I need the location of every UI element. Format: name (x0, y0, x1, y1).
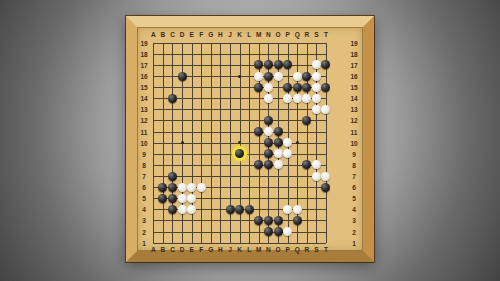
stone-black-o11[interactable] (274, 127, 283, 136)
column-label-top: A (148, 31, 158, 38)
stone-black-m15[interactable] (254, 83, 263, 92)
stone-white-f6[interactable] (197, 183, 206, 192)
board-surface: AABBCCDDEEFFGGHHJJKKLLMMNNOOPPQQRRSSTT19… (137, 27, 363, 251)
column-label-bottom: Q (292, 246, 302, 253)
row-label-left: 13 (138, 106, 150, 113)
row-label-left: 12 (138, 117, 150, 124)
row-label-left: 17 (138, 62, 150, 69)
stone-white-s17[interactable] (312, 60, 321, 69)
star-point (296, 141, 299, 144)
column-label-bottom: K (235, 246, 245, 253)
row-label-left: 19 (138, 40, 150, 47)
stone-white-p10[interactable] (283, 138, 292, 147)
grid-line (153, 176, 326, 177)
row-label-left: 1 (138, 240, 150, 247)
stone-black-k4[interactable] (235, 205, 244, 214)
row-label-right: 14 (348, 95, 360, 102)
stone-black-b6[interactable] (158, 183, 167, 192)
row-label-right: 3 (348, 217, 360, 224)
column-label-bottom: L (244, 246, 254, 253)
row-label-right: 4 (348, 206, 360, 213)
stone-black-n16[interactable] (264, 72, 273, 81)
row-label-right: 12 (348, 117, 360, 124)
column-label-top: Q (292, 31, 302, 38)
stone-white-e6[interactable] (187, 183, 196, 192)
column-label-top: E (187, 31, 197, 38)
stone-white-e5[interactable] (187, 194, 196, 203)
row-label-left: 6 (138, 184, 150, 191)
column-label-bottom: H (215, 246, 225, 253)
stone-white-d6[interactable] (178, 183, 187, 192)
column-label-bottom: N (263, 246, 273, 253)
stone-black-n3[interactable] (264, 216, 273, 225)
row-label-left: 7 (138, 173, 150, 180)
column-label-bottom: D (177, 246, 187, 253)
stone-white-t7[interactable] (321, 172, 330, 181)
stone-black-t15[interactable] (321, 83, 330, 92)
column-label-top: R (302, 31, 312, 38)
stone-black-o2[interactable] (274, 227, 283, 236)
grid-line (153, 243, 326, 244)
stone-white-o16[interactable] (274, 72, 283, 81)
stone-black-m11[interactable] (254, 127, 263, 136)
stone-black-c7[interactable] (168, 172, 177, 181)
stone-black-l4[interactable] (245, 205, 254, 214)
column-label-top: L (244, 31, 254, 38)
column-label-top: S (311, 31, 321, 38)
stone-black-n2[interactable] (264, 227, 273, 236)
row-label-left: 4 (138, 206, 150, 213)
stone-black-n9[interactable] (264, 149, 273, 158)
column-label-top: C (167, 31, 177, 38)
stone-white-d4[interactable] (178, 205, 187, 214)
row-label-left: 3 (138, 217, 150, 224)
column-label-bottom: B (158, 246, 168, 253)
row-label-right: 15 (348, 84, 360, 91)
stone-white-q4[interactable] (293, 205, 302, 214)
row-label-right: 7 (348, 173, 360, 180)
stone-black-c14[interactable] (168, 94, 177, 103)
column-label-bottom: R (302, 246, 312, 253)
column-label-bottom: S (311, 246, 321, 253)
stone-black-m17[interactable] (254, 60, 263, 69)
star-point (238, 141, 241, 144)
column-label-bottom: E (187, 246, 197, 253)
stone-black-r12[interactable] (302, 116, 311, 125)
stone-white-n15[interactable] (264, 83, 273, 92)
stone-white-o9[interactable] (274, 149, 283, 158)
background: AABBCCDDEEFFGGHHJJKKLLMMNNOOPPQQRRSSTT19… (0, 0, 500, 281)
grid-line (153, 232, 326, 233)
last-move-stone-black-k9[interactable] (235, 149, 244, 158)
column-label-bottom: F (196, 246, 206, 253)
stone-white-p2[interactable] (283, 227, 292, 236)
column-label-top: H (215, 31, 225, 38)
star-point (238, 75, 241, 78)
row-label-right: 18 (348, 51, 360, 58)
grid-line (326, 43, 327, 243)
stone-white-q16[interactable] (293, 72, 302, 81)
row-label-left: 8 (138, 162, 150, 169)
stone-white-m16[interactable] (254, 72, 263, 81)
column-label-top: N (263, 31, 273, 38)
stone-black-n12[interactable] (264, 116, 273, 125)
column-label-bottom: O (273, 246, 283, 253)
row-label-left: 18 (138, 51, 150, 58)
row-label-right: 11 (348, 129, 360, 136)
column-label-bottom: A (148, 246, 158, 253)
stone-white-n11[interactable] (264, 127, 273, 136)
column-label-top: K (235, 31, 245, 38)
column-label-top: F (196, 31, 206, 38)
stone-black-q3[interactable] (293, 216, 302, 225)
stone-white-n14[interactable] (264, 94, 273, 103)
row-label-left: 5 (138, 195, 150, 202)
column-label-top: M (254, 31, 264, 38)
stone-white-r14[interactable] (302, 94, 311, 103)
stone-white-s15[interactable] (312, 83, 321, 92)
stone-black-o3[interactable] (274, 216, 283, 225)
column-label-top: P (283, 31, 293, 38)
stone-white-p14[interactable] (283, 94, 292, 103)
stone-black-q15[interactable] (293, 83, 302, 92)
stone-white-p4[interactable] (283, 205, 292, 214)
stone-white-s13[interactable] (312, 105, 321, 114)
row-label-right: 2 (348, 229, 360, 236)
column-label-top: T (321, 31, 331, 38)
stone-white-d5[interactable] (178, 194, 187, 203)
stone-black-r16[interactable] (302, 72, 311, 81)
stone-white-p9[interactable] (283, 149, 292, 158)
row-label-right: 13 (348, 106, 360, 113)
row-label-left: 2 (138, 229, 150, 236)
go-board[interactable]: AABBCCDDEEFFGGHHJJKKLLMMNNOOPPQQRRSSTT19… (126, 16, 374, 262)
stone-black-p15[interactable] (283, 83, 292, 92)
row-label-right: 9 (348, 151, 360, 158)
stone-white-s7[interactable] (312, 172, 321, 181)
column-label-bottom: J (225, 246, 235, 253)
column-label-top: O (273, 31, 283, 38)
stone-black-c5[interactable] (168, 194, 177, 203)
row-label-right: 6 (348, 184, 360, 191)
row-label-left: 14 (138, 95, 150, 102)
stone-white-s8[interactable] (312, 160, 321, 169)
column-label-top: D (177, 31, 187, 38)
stone-black-n8[interactable] (264, 160, 273, 169)
stone-black-d16[interactable] (178, 72, 187, 81)
stone-black-n10[interactable] (264, 138, 273, 147)
stone-black-o10[interactable] (274, 138, 283, 147)
column-label-bottom: G (206, 246, 216, 253)
stone-black-t17[interactable] (321, 60, 330, 69)
row-label-left: 16 (138, 73, 150, 80)
stone-black-j4[interactable] (226, 205, 235, 214)
stone-black-m3[interactable] (254, 216, 263, 225)
stone-white-s16[interactable] (312, 72, 321, 81)
stone-white-s14[interactable] (312, 94, 321, 103)
stone-black-c4[interactable] (168, 205, 177, 214)
stone-black-n17[interactable] (264, 60, 273, 69)
column-label-bottom: P (283, 246, 293, 253)
stone-black-p17[interactable] (283, 60, 292, 69)
stone-black-b5[interactable] (158, 194, 167, 203)
row-label-right: 16 (348, 73, 360, 80)
row-label-right: 5 (348, 195, 360, 202)
row-label-right: 17 (348, 62, 360, 69)
column-label-bottom: M (254, 246, 264, 253)
column-label-top: G (206, 31, 216, 38)
column-label-bottom: C (167, 246, 177, 253)
star-point (181, 141, 184, 144)
row-label-right: 19 (348, 40, 360, 47)
row-label-left: 11 (138, 129, 150, 136)
stone-white-q14[interactable] (293, 94, 302, 103)
row-label-left: 15 (138, 84, 150, 91)
stone-black-r8[interactable] (302, 160, 311, 169)
row-label-right: 8 (348, 162, 360, 169)
stone-white-e4[interactable] (187, 205, 196, 214)
stone-white-o8[interactable] (274, 160, 283, 169)
grid-line (153, 165, 326, 166)
stone-black-r15[interactable] (302, 83, 311, 92)
stone-black-t6[interactable] (321, 183, 330, 192)
row-label-left: 10 (138, 140, 150, 147)
stone-white-t13[interactable] (321, 105, 330, 114)
column-label-top: J (225, 31, 235, 38)
row-label-right: 10 (348, 140, 360, 147)
stone-black-c6[interactable] (168, 183, 177, 192)
column-label-top: B (158, 31, 168, 38)
stone-black-o17[interactable] (274, 60, 283, 69)
row-label-right: 1 (348, 240, 360, 247)
row-label-left: 9 (138, 151, 150, 158)
stone-black-m8[interactable] (254, 160, 263, 169)
column-label-bottom: T (321, 246, 331, 253)
